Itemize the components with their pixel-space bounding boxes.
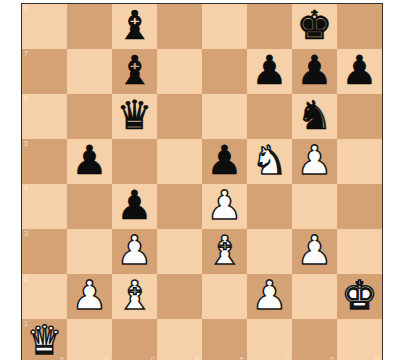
black-pawn-e5[interactable]: ♟ (207, 138, 243, 183)
square-b3[interactable] (67, 229, 112, 274)
square-a8[interactable]: 8 (22, 4, 67, 49)
square-d8[interactable] (157, 4, 202, 49)
square-f4[interactable] (247, 184, 292, 229)
black-pawn-b5[interactable]: ♟ (72, 138, 108, 183)
black-pawn-f7[interactable]: ♟ (252, 48, 288, 93)
square-c2[interactable]: ♝ (112, 274, 157, 319)
file-label-e: e (240, 355, 244, 360)
square-a3[interactable]: 3 (22, 229, 67, 274)
black-pawn-c4[interactable]: ♟ (117, 183, 153, 228)
square-d1[interactable]: d (157, 319, 202, 360)
white-pawn-g5[interactable]: ♟ (297, 138, 333, 183)
square-d4[interactable] (157, 184, 202, 229)
white-knight-f5[interactable]: ♞ (252, 138, 288, 183)
square-c8[interactable]: ♝ (112, 4, 157, 49)
square-f6[interactable] (247, 94, 292, 139)
square-a7[interactable]: 7 (22, 49, 67, 94)
square-h2[interactable]: ♚ (337, 274, 382, 319)
white-bishop-e3[interactable]: ♝ (207, 228, 243, 273)
rank-label-4: 4 (24, 185, 28, 193)
rank-label-2: 2 (24, 275, 28, 283)
file-label-g: g (330, 355, 334, 360)
square-e7[interactable] (202, 49, 247, 94)
square-d6[interactable] (157, 94, 202, 139)
black-bishop-c8[interactable]: ♝ (117, 3, 153, 48)
square-a6[interactable]: 6 (22, 94, 67, 139)
black-queen-c6[interactable]: ♛ (117, 93, 153, 138)
square-h5[interactable] (337, 139, 382, 184)
square-b8[interactable] (67, 4, 112, 49)
square-h7[interactable]: ♟ (337, 49, 382, 94)
black-knight-g6[interactable]: ♞ (297, 93, 333, 138)
square-h4[interactable] (337, 184, 382, 229)
square-c4[interactable]: ♟ (112, 184, 157, 229)
square-c5[interactable] (112, 139, 157, 184)
square-g3[interactable]: ♟ (292, 229, 337, 274)
square-e3[interactable]: ♝ (202, 229, 247, 274)
rank-label-7: 7 (24, 50, 28, 58)
square-c6[interactable]: ♛ (112, 94, 157, 139)
square-f5[interactable]: ♞ (247, 139, 292, 184)
black-bishop-c7[interactable]: ♝ (117, 48, 153, 93)
square-g4[interactable] (292, 184, 337, 229)
square-g5[interactable]: ♟ (292, 139, 337, 184)
rank-label-6: 6 (24, 95, 28, 103)
file-label-h: h (375, 355, 379, 360)
file-label-c: c (151, 355, 155, 360)
square-f8[interactable] (247, 4, 292, 49)
page: 8♝♚7♝♟♟♟6♛♞5♟♟♞♟4♟♟3♟♝♟2♟♝♟♚1a♛bcdefgh (0, 0, 408, 360)
square-g8[interactable]: ♚ (292, 4, 337, 49)
file-label-f: f (287, 355, 289, 360)
square-e4[interactable]: ♟ (202, 184, 247, 229)
square-d7[interactable] (157, 49, 202, 94)
square-e6[interactable] (202, 94, 247, 139)
square-f3[interactable] (247, 229, 292, 274)
square-d5[interactable] (157, 139, 202, 184)
square-e5[interactable]: ♟ (202, 139, 247, 184)
square-a4[interactable]: 4 (22, 184, 67, 229)
white-pawn-g3[interactable]: ♟ (297, 228, 333, 273)
white-pawn-f2[interactable]: ♟ (252, 273, 288, 318)
white-pawn-c3[interactable]: ♟ (117, 228, 153, 273)
square-c7[interactable]: ♝ (112, 49, 157, 94)
black-king-g8[interactable]: ♚ (297, 3, 333, 48)
square-h1[interactable]: h (337, 319, 382, 360)
square-c3[interactable]: ♟ (112, 229, 157, 274)
square-f2[interactable]: ♟ (247, 274, 292, 319)
square-f1[interactable]: f (247, 319, 292, 360)
black-pawn-g7[interactable]: ♟ (297, 48, 333, 93)
square-b1[interactable]: b (67, 319, 112, 360)
square-d3[interactable] (157, 229, 202, 274)
square-a2[interactable]: 2 (22, 274, 67, 319)
square-g2[interactable] (292, 274, 337, 319)
square-a5[interactable]: 5 (22, 139, 67, 184)
white-queen-a1[interactable]: ♛ (27, 318, 63, 360)
square-b6[interactable] (67, 94, 112, 139)
square-b2[interactable]: ♟ (67, 274, 112, 319)
square-h3[interactable] (337, 229, 382, 274)
square-h6[interactable] (337, 94, 382, 139)
white-pawn-b2[interactable]: ♟ (72, 273, 108, 318)
square-b4[interactable] (67, 184, 112, 229)
square-b5[interactable]: ♟ (67, 139, 112, 184)
square-a1[interactable]: 1a♛ (22, 319, 67, 360)
file-label-d: d (195, 355, 199, 360)
square-g1[interactable]: g (292, 319, 337, 360)
square-d2[interactable] (157, 274, 202, 319)
square-h8[interactable] (337, 4, 382, 49)
square-c1[interactable]: c (112, 319, 157, 360)
rank-label-8: 8 (24, 5, 28, 13)
square-e8[interactable] (202, 4, 247, 49)
white-pawn-e4[interactable]: ♟ (207, 183, 243, 228)
square-g6[interactable]: ♞ (292, 94, 337, 139)
rank-label-5: 5 (24, 140, 28, 148)
white-bishop-c2[interactable]: ♝ (117, 273, 153, 318)
square-e1[interactable]: e (202, 319, 247, 360)
file-label-b: b (105, 355, 109, 360)
black-pawn-h7[interactable]: ♟ (342, 48, 378, 93)
white-king-h2[interactable]: ♚ (342, 273, 378, 318)
square-e2[interactable] (202, 274, 247, 319)
chess-board: 8♝♚7♝♟♟♟6♛♞5♟♟♞♟4♟♟3♟♝♟2♟♝♟♚1a♛bcdefgh (21, 3, 383, 360)
square-f7[interactable]: ♟ (247, 49, 292, 94)
rank-label-3: 3 (24, 230, 28, 238)
square-b7[interactable] (67, 49, 112, 94)
square-g7[interactable]: ♟ (292, 49, 337, 94)
